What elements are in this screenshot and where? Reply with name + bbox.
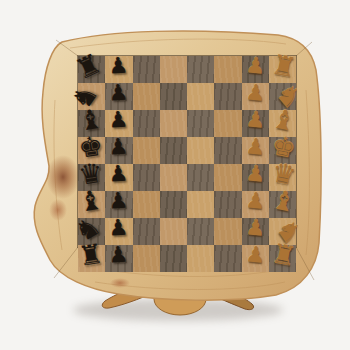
square-e5[interactable] (160, 137, 187, 164)
piece-white-pawn[interactable]: ♟ (245, 162, 267, 186)
square-b6[interactable] (133, 218, 160, 245)
wood-knot-bottom (110, 278, 130, 288)
piece-white-pawn[interactable]: ♟ (245, 243, 267, 267)
square-f3[interactable] (214, 110, 241, 137)
chess-board: ♜♟♟♜♞♟♟♞♝♟♟♝♚♟♟♚♛♟♟♛♝♟♟♝♞♟♟♞♜♟♟♜ (78, 56, 296, 247)
piece-black-pawn[interactable]: ♟ (108, 243, 129, 266)
square-b3[interactable] (214, 218, 241, 245)
square-c2[interactable]: ♟ (242, 191, 269, 218)
square-f4[interactable] (187, 110, 214, 137)
piece-black-pawn[interactable]: ♟ (108, 216, 129, 239)
piece-black-pawn[interactable]: ♟ (108, 189, 129, 212)
square-c3[interactable] (214, 191, 241, 218)
square-g3[interactable] (214, 83, 241, 110)
square-h2[interactable]: ♟ (242, 56, 269, 83)
square-a8[interactable]: ♜ (78, 245, 105, 272)
piece-white-pawn[interactable]: ♟ (245, 135, 267, 159)
square-e3[interactable] (214, 137, 241, 164)
square-a7[interactable]: ♟ (105, 245, 132, 272)
square-a4[interactable] (187, 245, 214, 272)
wood-knot-large (46, 155, 80, 199)
square-h6[interactable] (133, 56, 160, 83)
piece-white-pawn[interactable]: ♟ (245, 108, 267, 132)
square-c6[interactable] (133, 191, 160, 218)
square-c4[interactable] (187, 191, 214, 218)
square-d3[interactable] (214, 164, 241, 191)
square-g6[interactable] (133, 83, 160, 110)
piece-white-pawn[interactable]: ♟ (245, 189, 267, 213)
piece-white-bishop[interactable]: ♝ (270, 185, 299, 216)
square-g4[interactable] (187, 83, 214, 110)
square-e6[interactable] (133, 137, 160, 164)
square-f2[interactable]: ♟ (242, 110, 269, 137)
wood-knot-small (49, 199, 67, 221)
square-h3[interactable] (214, 56, 241, 83)
piece-black-pawn[interactable]: ♟ (108, 135, 129, 158)
square-a1[interactable]: ♜ (269, 245, 296, 272)
square-a3[interactable] (214, 245, 241, 272)
square-d2[interactable]: ♟ (242, 164, 269, 191)
square-e2[interactable]: ♟ (242, 137, 269, 164)
piece-black-pawn[interactable]: ♟ (108, 54, 129, 77)
piece-white-pawn[interactable]: ♟ (245, 216, 267, 240)
piece-white-rook[interactable]: ♜ (270, 50, 299, 81)
piece-white-pawn[interactable]: ♟ (245, 81, 267, 105)
square-g2[interactable]: ♟ (242, 83, 269, 110)
square-c5[interactable] (160, 191, 187, 218)
square-d6[interactable] (133, 164, 160, 191)
photo-background: ♜♟♟♜♞♟♟♞♝♟♟♝♚♟♟♚♛♟♟♛♝♟♟♝♞♟♟♞♜♟♟♜ (0, 0, 350, 350)
piece-black-rook[interactable]: ♜ (76, 239, 104, 269)
square-b4[interactable] (187, 218, 214, 245)
square-f5[interactable] (160, 110, 187, 137)
piece-black-pawn[interactable]: ♟ (108, 108, 129, 131)
piece-white-pawn[interactable]: ♟ (245, 54, 267, 78)
square-d5[interactable] (160, 164, 187, 191)
square-b5[interactable] (160, 218, 187, 245)
square-g5[interactable] (160, 83, 187, 110)
piece-black-pawn[interactable]: ♟ (108, 162, 129, 185)
square-d4[interactable] (187, 164, 214, 191)
square-e4[interactable] (187, 137, 214, 164)
square-a5[interactable] (160, 245, 187, 272)
piece-white-rook[interactable]: ♜ (270, 239, 299, 270)
square-a6[interactable] (133, 245, 160, 272)
square-a2[interactable]: ♟ (242, 245, 269, 272)
square-h5[interactable] (160, 56, 187, 83)
square-h4[interactable] (187, 56, 214, 83)
square-h8[interactable]: ♜ (78, 56, 105, 83)
square-b2[interactable]: ♟ (242, 218, 269, 245)
piece-black-pawn[interactable]: ♟ (108, 81, 129, 104)
square-f6[interactable] (133, 110, 160, 137)
